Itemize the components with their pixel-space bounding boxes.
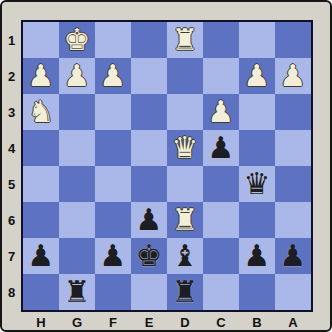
square-b6[interactable] bbox=[239, 202, 275, 238]
square-g2[interactable]: ♟ bbox=[59, 58, 95, 94]
rank-label-3: 3 bbox=[2, 94, 21, 130]
file-label-f: F bbox=[95, 313, 131, 332]
square-c2[interactable] bbox=[203, 58, 239, 94]
square-h7[interactable]: ♟ bbox=[23, 238, 59, 274]
chess-board: ♚♜♟♟♟♟♟♞♟♛♟♛♟♜♟♟♚♝♟♟♜♜ bbox=[21, 20, 313, 312]
piece-white-queen-d4[interactable]: ♛ bbox=[167, 130, 203, 166]
square-a1[interactable] bbox=[275, 22, 311, 58]
square-a2[interactable]: ♟ bbox=[275, 58, 311, 94]
piece-black-rook-g8[interactable]: ♜ bbox=[59, 274, 95, 310]
piece-white-rook-d1[interactable]: ♜ bbox=[167, 22, 203, 58]
square-b1[interactable] bbox=[239, 22, 275, 58]
piece-white-pawn-g2[interactable]: ♟ bbox=[59, 58, 95, 94]
rank-label-4: 4 bbox=[2, 130, 21, 166]
file-labels: HGFEDCBA bbox=[23, 313, 311, 332]
square-c6[interactable] bbox=[203, 202, 239, 238]
square-d2[interactable] bbox=[167, 58, 203, 94]
rank-labels: 12345678 bbox=[2, 22, 21, 310]
square-g5[interactable] bbox=[59, 166, 95, 202]
square-d3[interactable] bbox=[167, 94, 203, 130]
piece-black-pawn-b7[interactable]: ♟ bbox=[239, 238, 275, 274]
square-c1[interactable] bbox=[203, 22, 239, 58]
square-c5[interactable] bbox=[203, 166, 239, 202]
square-e8[interactable] bbox=[131, 274, 167, 310]
file-label-e: E bbox=[131, 313, 167, 332]
square-g8[interactable]: ♜ bbox=[59, 274, 95, 310]
square-f6[interactable] bbox=[95, 202, 131, 238]
square-g1[interactable]: ♚ bbox=[59, 22, 95, 58]
square-a5[interactable] bbox=[275, 166, 311, 202]
file-label-h: H bbox=[23, 313, 59, 332]
rank-label-8: 8 bbox=[2, 274, 21, 310]
square-b5[interactable]: ♛ bbox=[239, 166, 275, 202]
piece-white-king-g1[interactable]: ♚ bbox=[59, 22, 95, 58]
square-a8[interactable] bbox=[275, 274, 311, 310]
square-h5[interactable] bbox=[23, 166, 59, 202]
square-d1[interactable]: ♜ bbox=[167, 22, 203, 58]
square-h6[interactable] bbox=[23, 202, 59, 238]
square-e1[interactable] bbox=[131, 22, 167, 58]
square-b3[interactable] bbox=[239, 94, 275, 130]
square-a7[interactable]: ♟ bbox=[275, 238, 311, 274]
piece-black-rook-d8[interactable]: ♜ bbox=[167, 274, 203, 310]
square-a4[interactable] bbox=[275, 130, 311, 166]
square-b4[interactable] bbox=[239, 130, 275, 166]
square-f3[interactable] bbox=[95, 94, 131, 130]
rank-label-6: 6 bbox=[2, 202, 21, 238]
rank-label-7: 7 bbox=[2, 238, 21, 274]
file-label-c: C bbox=[203, 313, 239, 332]
chess-diagram-window: 12345678 ♚♜♟♟♟♟♟♞♟♛♟♛♟♜♟♟♚♝♟♟♜♜ HGFEDCBA bbox=[0, 0, 332, 332]
square-h2[interactable]: ♟ bbox=[23, 58, 59, 94]
square-e2[interactable] bbox=[131, 58, 167, 94]
piece-white-pawn-c3[interactable]: ♟ bbox=[203, 94, 239, 130]
square-g3[interactable] bbox=[59, 94, 95, 130]
square-f1[interactable] bbox=[95, 22, 131, 58]
square-g4[interactable] bbox=[59, 130, 95, 166]
square-e3[interactable] bbox=[131, 94, 167, 130]
square-f8[interactable] bbox=[95, 274, 131, 310]
piece-white-pawn-h2[interactable]: ♟ bbox=[23, 58, 59, 94]
square-g6[interactable] bbox=[59, 202, 95, 238]
piece-black-queen-b5[interactable]: ♛ bbox=[239, 166, 275, 202]
piece-white-pawn-f2[interactable]: ♟ bbox=[95, 58, 131, 94]
square-h3[interactable]: ♞ bbox=[23, 94, 59, 130]
file-label-g: G bbox=[59, 313, 95, 332]
square-c7[interactable] bbox=[203, 238, 239, 274]
square-c8[interactable] bbox=[203, 274, 239, 310]
square-e7[interactable]: ♚ bbox=[131, 238, 167, 274]
square-b7[interactable]: ♟ bbox=[239, 238, 275, 274]
square-f5[interactable] bbox=[95, 166, 131, 202]
square-d8[interactable]: ♜ bbox=[167, 274, 203, 310]
square-e5[interactable] bbox=[131, 166, 167, 202]
square-d5[interactable] bbox=[167, 166, 203, 202]
square-h1[interactable] bbox=[23, 22, 59, 58]
piece-white-rook-d6[interactable]: ♜ bbox=[167, 202, 203, 238]
rank-label-1: 1 bbox=[2, 22, 21, 58]
square-c3[interactable]: ♟ bbox=[203, 94, 239, 130]
square-f7[interactable]: ♟ bbox=[95, 238, 131, 274]
square-d6[interactable]: ♜ bbox=[167, 202, 203, 238]
square-h8[interactable] bbox=[23, 274, 59, 310]
piece-black-king-e7[interactable]: ♚ bbox=[131, 238, 167, 274]
square-e4[interactable] bbox=[131, 130, 167, 166]
piece-black-pawn-h7[interactable]: ♟ bbox=[23, 238, 59, 274]
piece-white-pawn-a2[interactable]: ♟ bbox=[275, 58, 311, 94]
piece-black-bishop-d7[interactable]: ♝ bbox=[167, 238, 203, 274]
square-b2[interactable]: ♟ bbox=[239, 58, 275, 94]
piece-white-pawn-b2[interactable]: ♟ bbox=[239, 58, 275, 94]
piece-black-pawn-c4[interactable]: ♟ bbox=[203, 130, 239, 166]
rank-label-2: 2 bbox=[2, 58, 21, 94]
square-c4[interactable]: ♟ bbox=[203, 130, 239, 166]
square-h4[interactable] bbox=[23, 130, 59, 166]
piece-white-knight-h3[interactable]: ♞ bbox=[23, 94, 59, 130]
square-b8[interactable] bbox=[239, 274, 275, 310]
square-d7[interactable]: ♝ bbox=[167, 238, 203, 274]
square-f4[interactable] bbox=[95, 130, 131, 166]
square-g7[interactable] bbox=[59, 238, 95, 274]
square-e6[interactable]: ♟ bbox=[131, 202, 167, 238]
piece-black-pawn-e6[interactable]: ♟ bbox=[131, 202, 167, 238]
square-a3[interactable] bbox=[275, 94, 311, 130]
square-f2[interactable]: ♟ bbox=[95, 58, 131, 94]
square-d4[interactable]: ♛ bbox=[167, 130, 203, 166]
file-label-d: D bbox=[167, 313, 203, 332]
rank-label-5: 5 bbox=[2, 166, 21, 202]
square-a6[interactable] bbox=[275, 202, 311, 238]
piece-black-pawn-a7[interactable]: ♟ bbox=[275, 238, 311, 274]
piece-black-pawn-f7[interactable]: ♟ bbox=[95, 238, 131, 274]
file-label-b: B bbox=[239, 313, 275, 332]
file-label-a: A bbox=[275, 313, 311, 332]
